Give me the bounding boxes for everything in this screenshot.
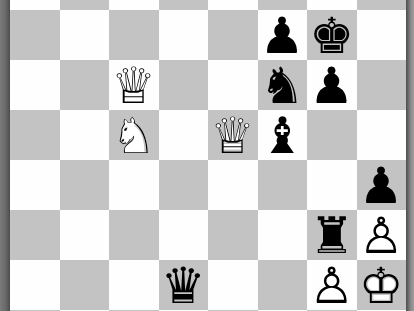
square-e2[interactable] bbox=[208, 260, 258, 310]
square-g6[interactable]: ♟ bbox=[307, 60, 357, 110]
black-pawn-piece[interactable]: ♟ bbox=[309, 61, 354, 111]
square-f3[interactable] bbox=[258, 210, 308, 260]
chess-board: ♟♚♛♕♞♟♞♘♛♕♝♟♜♟♙♛♟♙♚♔ bbox=[10, 0, 406, 311]
square-d8[interactable] bbox=[159, 0, 209, 10]
square-c8[interactable] bbox=[109, 0, 159, 10]
square-e4[interactable] bbox=[208, 160, 258, 210]
black-pawn-piece[interactable]: ♟ bbox=[260, 11, 305, 61]
square-b4[interactable] bbox=[60, 160, 110, 210]
square-h2[interactable]: ♚♔ bbox=[357, 260, 407, 310]
square-g3[interactable]: ♜ bbox=[307, 210, 357, 260]
square-d3[interactable] bbox=[159, 210, 209, 260]
square-d4[interactable] bbox=[159, 160, 209, 210]
board-border-right bbox=[406, 0, 414, 311]
white-king-piece[interactable]: ♚♔ bbox=[359, 261, 404, 311]
square-c2[interactable] bbox=[109, 260, 159, 310]
square-a2[interactable] bbox=[10, 260, 60, 310]
white-pawn-piece[interactable]: ♟♙ bbox=[309, 261, 354, 311]
square-g5[interactable] bbox=[307, 110, 357, 160]
black-bishop-piece[interactable]: ♝ bbox=[260, 111, 305, 161]
square-f5[interactable]: ♝ bbox=[258, 110, 308, 160]
square-e8[interactable] bbox=[208, 0, 258, 10]
square-g2[interactable]: ♟♙ bbox=[307, 260, 357, 310]
square-d2[interactable]: ♛ bbox=[159, 260, 209, 310]
square-g4[interactable] bbox=[307, 160, 357, 210]
square-b7[interactable] bbox=[60, 10, 110, 60]
black-pawn-piece[interactable]: ♟ bbox=[359, 161, 404, 211]
square-a3[interactable] bbox=[10, 210, 60, 260]
black-king-piece[interactable]: ♚ bbox=[309, 11, 354, 61]
square-a6[interactable] bbox=[10, 60, 60, 110]
square-g7[interactable]: ♚ bbox=[307, 10, 357, 60]
square-b5[interactable] bbox=[60, 110, 110, 160]
square-b2[interactable] bbox=[60, 260, 110, 310]
square-c5[interactable]: ♞♘ bbox=[109, 110, 159, 160]
square-h7[interactable] bbox=[357, 10, 407, 60]
white-queen-piece[interactable]: ♛♕ bbox=[111, 61, 156, 111]
square-h8[interactable] bbox=[357, 0, 407, 10]
white-knight-piece[interactable]: ♞♘ bbox=[111, 111, 156, 161]
square-h6[interactable] bbox=[357, 60, 407, 110]
white-pawn-outline-glyph: ♙ bbox=[309, 257, 354, 311]
square-d7[interactable] bbox=[159, 10, 209, 60]
square-c3[interactable] bbox=[109, 210, 159, 260]
square-e5[interactable]: ♛♕ bbox=[208, 110, 258, 160]
board-border-left bbox=[0, 0, 10, 311]
white-queen-outline-glyph: ♕ bbox=[210, 107, 255, 165]
square-f2[interactable] bbox=[258, 260, 308, 310]
white-queen-piece[interactable]: ♛♕ bbox=[210, 111, 255, 161]
square-d5[interactable] bbox=[159, 110, 209, 160]
square-b8[interactable] bbox=[60, 0, 110, 10]
square-f6[interactable]: ♞ bbox=[258, 60, 308, 110]
square-h5[interactable] bbox=[357, 110, 407, 160]
black-rook-piece[interactable]: ♜ bbox=[309, 211, 354, 261]
square-h3[interactable]: ♟♙ bbox=[357, 210, 407, 260]
square-a7[interactable] bbox=[10, 10, 60, 60]
square-c4[interactable] bbox=[109, 160, 159, 210]
square-d6[interactable] bbox=[159, 60, 209, 110]
square-h4[interactable]: ♟ bbox=[357, 160, 407, 210]
square-b3[interactable] bbox=[60, 210, 110, 260]
square-e7[interactable] bbox=[208, 10, 258, 60]
white-pawn-piece[interactable]: ♟♙ bbox=[359, 211, 404, 261]
square-e6[interactable] bbox=[208, 60, 258, 110]
square-f7[interactable]: ♟ bbox=[258, 10, 308, 60]
black-knight-piece[interactable]: ♞ bbox=[260, 61, 305, 111]
square-e3[interactable] bbox=[208, 210, 258, 260]
square-a5[interactable] bbox=[10, 110, 60, 160]
board-crop-viewport: ♟♚♛♕♞♟♞♘♛♕♝♟♜♟♙♛♟♙♚♔ bbox=[0, 0, 414, 311]
white-knight-outline-glyph: ♘ bbox=[111, 107, 156, 165]
square-c7[interactable] bbox=[109, 10, 159, 60]
square-a4[interactable] bbox=[10, 160, 60, 210]
square-c6[interactable]: ♛♕ bbox=[109, 60, 159, 110]
square-f4[interactable] bbox=[258, 160, 308, 210]
black-queen-piece[interactable]: ♛ bbox=[161, 261, 206, 311]
square-b6[interactable] bbox=[60, 60, 110, 110]
square-a8[interactable] bbox=[10, 0, 60, 10]
white-king-outline-glyph: ♔ bbox=[359, 257, 404, 311]
